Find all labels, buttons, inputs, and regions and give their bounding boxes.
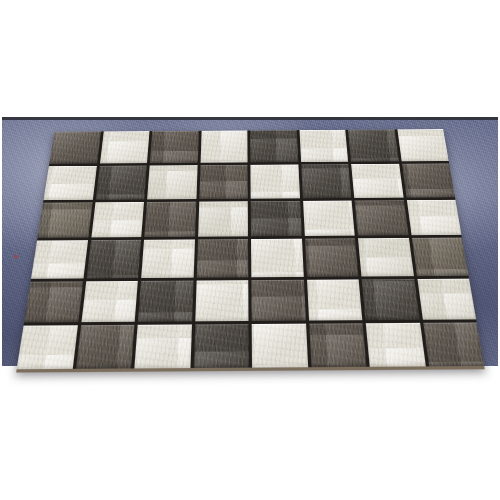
tile-r3c8-light (406, 200, 461, 236)
tile-r1c2-light (100, 131, 150, 163)
backdrop-red-speck (14, 255, 18, 258)
tile-r3c1-dark (37, 202, 92, 238)
tile-r6c2-dark (75, 325, 134, 369)
tile-r1c6-light (299, 130, 348, 162)
tile-r5c3-dark (138, 281, 193, 322)
tile-r4c4-dark (196, 239, 248, 277)
tile-r5c7-dark (362, 279, 419, 320)
tile-r3c7-dark (354, 200, 408, 236)
board-perspective-wrap (37, 108, 462, 368)
product-photo (0, 0, 500, 500)
tile-r6c8-dark (423, 323, 484, 367)
tile-r2c3-light (147, 165, 197, 199)
tile-checkerboard (16, 129, 485, 372)
tile-r2c6-dark (301, 164, 352, 198)
tile-r4c2-dark (86, 240, 141, 279)
tile-r6c3-light (134, 325, 191, 369)
tile-r5c6-light (307, 280, 363, 321)
tile-r6c4-dark (193, 324, 249, 368)
tile-r4c6-dark (304, 239, 358, 277)
tile-r2c1-light (44, 166, 97, 200)
tile-r5c8-light (417, 279, 476, 320)
tile-r3c5-dark (251, 201, 302, 237)
tile-r2c8-dark (402, 163, 455, 197)
tile-r4c5-light (251, 239, 303, 277)
tile-r4c8-dark (411, 238, 468, 276)
tile-r3c2-light (91, 202, 144, 238)
tile-r5c1-dark (24, 282, 83, 323)
tile-r3c6-light (303, 200, 355, 236)
tile-r2c5-light (250, 164, 299, 198)
tile-r5c2-light (81, 281, 138, 322)
tile-r1c4-light (200, 130, 247, 162)
tile-r2c2-dark (95, 165, 147, 199)
tile-r2c4-dark (199, 165, 248, 199)
tile-r3c3-dark (144, 201, 196, 237)
tile-r4c7-light (358, 238, 413, 276)
tile-r5c5-dark (251, 280, 305, 321)
tile-r6c5-light (252, 324, 308, 368)
tile-r1c3-dark (150, 131, 199, 163)
tile-r6c1-light (17, 325, 78, 369)
tile-r2c7-light (351, 164, 403, 198)
tile-r1c1-dark (49, 132, 100, 164)
tile-r4c1-light (31, 241, 88, 280)
tile-r1c7-dark (348, 129, 398, 161)
tile-r4c3-light (141, 240, 194, 278)
tile-r6c7-light (366, 323, 426, 367)
tile-r3c4-light (198, 201, 248, 237)
tile-r5c4-light (195, 281, 249, 322)
tile-r1c8-light (397, 129, 449, 161)
tile-r1c5-dark (250, 130, 298, 162)
tile-r6c6-dark (309, 323, 367, 367)
